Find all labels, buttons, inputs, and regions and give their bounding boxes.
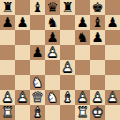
piece-white-pawn[interactable]: ♟ xyxy=(46,45,58,60)
square-b4[interactable] xyxy=(15,60,30,75)
square-f4[interactable] xyxy=(75,60,90,75)
piece-black-pawn[interactable]: ♟ xyxy=(76,15,88,30)
square-d6[interactable]: ♟ xyxy=(45,30,60,45)
square-h8[interactable] xyxy=(105,0,120,15)
square-c7[interactable] xyxy=(30,15,45,30)
piece-white-queen[interactable]: ♛ xyxy=(31,90,43,105)
square-e4[interactable]: ♟ xyxy=(60,60,75,75)
square-g5[interactable] xyxy=(90,45,105,60)
piece-white-pawn[interactable]: ♟ xyxy=(1,90,13,105)
square-f5[interactable] xyxy=(75,45,90,60)
square-e7[interactable] xyxy=(60,15,75,30)
square-f8[interactable] xyxy=(75,0,90,15)
square-b8[interactable] xyxy=(15,0,30,15)
piece-white-pawn[interactable]: ♟ xyxy=(106,90,118,105)
piece-white-pawn[interactable]: ♟ xyxy=(91,90,103,105)
square-f1[interactable]: ♜ xyxy=(75,105,90,120)
piece-black-pawn[interactable]: ♟ xyxy=(91,30,103,45)
square-e8[interactable]: ♜ xyxy=(60,0,75,15)
square-h1[interactable] xyxy=(105,105,120,120)
piece-white-bishop[interactable]: ♝ xyxy=(61,90,73,105)
piece-black-bishop[interactable]: ♝ xyxy=(91,15,103,30)
piece-white-pawn[interactable]: ♟ xyxy=(76,90,88,105)
square-g3[interactable] xyxy=(90,75,105,90)
square-b6[interactable] xyxy=(15,30,30,45)
square-c3[interactable]: ♞ xyxy=(30,75,45,90)
piece-white-knight[interactable]: ♞ xyxy=(46,90,58,105)
square-b5[interactable] xyxy=(15,45,30,60)
piece-black-rook[interactable]: ♜ xyxy=(1,0,13,15)
piece-black-bishop[interactable]: ♝ xyxy=(31,0,43,15)
piece-white-knight[interactable]: ♞ xyxy=(31,75,43,90)
square-d1[interactable] xyxy=(45,105,60,120)
square-e5[interactable] xyxy=(60,45,75,60)
square-g6[interactable]: ♟ xyxy=(90,30,105,45)
square-g7[interactable]: ♝ xyxy=(90,15,105,30)
square-a2[interactable]: ♟ xyxy=(0,90,15,105)
piece-black-pawn[interactable]: ♟ xyxy=(106,15,118,30)
square-a8[interactable]: ♜ xyxy=(0,0,15,15)
piece-white-pawn[interactable]: ♟ xyxy=(16,90,28,105)
square-d4[interactable] xyxy=(45,60,60,75)
square-h2[interactable]: ♟ xyxy=(105,90,120,105)
square-f6[interactable]: ♞ xyxy=(75,30,90,45)
square-e6[interactable] xyxy=(60,30,75,45)
square-h6[interactable] xyxy=(105,30,120,45)
piece-black-pawn[interactable]: ♟ xyxy=(31,45,43,60)
square-a6[interactable] xyxy=(0,30,15,45)
piece-black-pawn[interactable]: ♟ xyxy=(1,15,13,30)
square-a1[interactable]: ♜ xyxy=(0,105,15,120)
piece-black-knight[interactable]: ♞ xyxy=(46,15,58,30)
chess-board: ♜♝♛♜♚♟♟♞♟♝♟♟♞♟♟♟♟♞♟♟♛♞♝♟♟♟♜♝♜♚ xyxy=(0,0,120,120)
square-b2[interactable]: ♟ xyxy=(15,90,30,105)
piece-black-pawn[interactable]: ♟ xyxy=(16,15,28,30)
square-b1[interactable] xyxy=(15,105,30,120)
square-h5[interactable] xyxy=(105,45,120,60)
square-e3[interactable] xyxy=(60,75,75,90)
square-c4[interactable] xyxy=(30,60,45,75)
square-a7[interactable]: ♟ xyxy=(0,15,15,30)
square-c8[interactable]: ♝ xyxy=(30,0,45,15)
piece-black-queen[interactable]: ♛ xyxy=(46,0,58,15)
square-b3[interactable] xyxy=(15,75,30,90)
piece-black-king[interactable]: ♚ xyxy=(91,0,103,15)
square-f2[interactable]: ♟ xyxy=(75,90,90,105)
piece-black-pawn[interactable]: ♟ xyxy=(46,30,58,45)
square-d3[interactable] xyxy=(45,75,60,90)
square-f7[interactable]: ♟ xyxy=(75,15,90,30)
piece-white-pawn[interactable]: ♟ xyxy=(61,60,73,75)
square-c1[interactable]: ♝ xyxy=(30,105,45,120)
piece-white-rook[interactable]: ♜ xyxy=(1,105,13,120)
square-g2[interactable]: ♟ xyxy=(90,90,105,105)
square-c5[interactable]: ♟ xyxy=(30,45,45,60)
square-h3[interactable] xyxy=(105,75,120,90)
piece-black-knight[interactable]: ♞ xyxy=(76,30,88,45)
square-a4[interactable] xyxy=(0,60,15,75)
piece-white-king[interactable]: ♚ xyxy=(91,105,103,120)
square-c2[interactable]: ♛ xyxy=(30,90,45,105)
square-g4[interactable] xyxy=(90,60,105,75)
piece-white-rook[interactable]: ♜ xyxy=(76,105,88,120)
square-d7[interactable]: ♞ xyxy=(45,15,60,30)
piece-black-rook[interactable]: ♜ xyxy=(61,0,73,15)
square-e2[interactable]: ♝ xyxy=(60,90,75,105)
piece-white-bishop[interactable]: ♝ xyxy=(31,105,43,120)
square-f3[interactable] xyxy=(75,75,90,90)
square-a5[interactable] xyxy=(0,45,15,60)
square-e1[interactable] xyxy=(60,105,75,120)
square-h7[interactable]: ♟ xyxy=(105,15,120,30)
square-a3[interactable] xyxy=(0,75,15,90)
square-h4[interactable] xyxy=(105,60,120,75)
square-d8[interactable]: ♛ xyxy=(45,0,60,15)
square-d5[interactable]: ♟ xyxy=(45,45,60,60)
square-g8[interactable]: ♚ xyxy=(90,0,105,15)
square-b7[interactable]: ♟ xyxy=(15,15,30,30)
square-c6[interactable] xyxy=(30,30,45,45)
square-g1[interactable]: ♚ xyxy=(90,105,105,120)
square-d2[interactable]: ♞ xyxy=(45,90,60,105)
